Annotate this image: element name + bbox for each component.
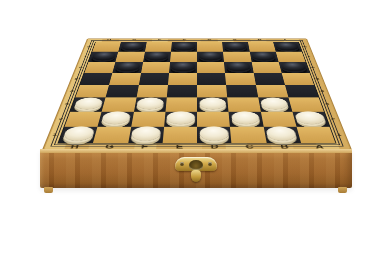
board-frame: HGFEDCBA 87654321 87654321 ⛂⛂⛂⛂⛂⛂⛂⛂⛂⛂⛂⛂⛀… (42, 38, 352, 150)
square-G2[interactable]: ⛀ (98, 111, 134, 126)
square-D7[interactable]: ⛂ (197, 52, 224, 62)
square-D4[interactable] (197, 85, 227, 98)
square-B7[interactable]: ⛂ (249, 52, 278, 62)
checker-black[interactable]: ⛂ (173, 42, 195, 50)
checker-white[interactable]: ⛀ (131, 127, 162, 141)
box-foot-left (44, 187, 53, 193)
square-H1[interactable]: ⛀ (59, 127, 98, 143)
square-D3[interactable]: ⛀ (197, 98, 229, 112)
checker-black[interactable]: ⛂ (280, 62, 307, 71)
brass-latch (175, 157, 217, 184)
square-A7[interactable] (276, 52, 306, 62)
checker-black[interactable]: ⛂ (251, 52, 276, 61)
square-H7[interactable]: ⛂ (88, 52, 118, 62)
square-C8[interactable]: ⛂ (222, 42, 249, 52)
square-C1[interactable] (230, 127, 266, 143)
square-D5[interactable] (197, 73, 226, 85)
square-G4[interactable] (106, 85, 139, 98)
checker-white[interactable]: ⛀ (199, 98, 226, 110)
square-B8[interactable] (248, 42, 276, 52)
checker-white[interactable]: ⛀ (166, 111, 194, 124)
checker-white[interactable]: ⛀ (266, 127, 298, 141)
square-G7[interactable] (116, 52, 145, 62)
square-B4[interactable] (255, 85, 288, 98)
square-E8[interactable]: ⛂ (171, 42, 197, 52)
square-C2[interactable]: ⛀ (229, 111, 263, 126)
checker-black[interactable]: ⛂ (171, 62, 195, 71)
checker-white[interactable]: ⛀ (62, 127, 96, 141)
latch-screw-icon (208, 162, 212, 166)
square-H8[interactable] (92, 42, 121, 52)
checker-black[interactable]: ⛂ (224, 42, 247, 50)
square-H6[interactable] (84, 62, 115, 73)
square-D2[interactable] (197, 111, 230, 126)
checker-white[interactable]: ⛀ (294, 111, 326, 124)
square-G8[interactable]: ⛂ (118, 42, 146, 52)
square-H4[interactable] (75, 85, 109, 98)
square-F8[interactable] (145, 42, 172, 52)
checker-black[interactable]: ⛂ (226, 62, 251, 71)
square-B6[interactable] (251, 62, 281, 73)
square-C3[interactable] (227, 98, 260, 112)
checkers-board: HGFEDCBA 87654321 87654321 ⛂⛂⛂⛂⛂⛂⛂⛂⛂⛂⛂⛂⛀… (42, 38, 352, 150)
checker-white[interactable]: ⛀ (101, 111, 132, 124)
square-G5[interactable] (109, 73, 140, 85)
square-F2[interactable] (131, 111, 165, 126)
checker-white[interactable]: ⛀ (199, 127, 229, 141)
square-C6[interactable]: ⛂ (224, 62, 253, 73)
checker-white[interactable]: ⛀ (136, 98, 164, 110)
box-foot-right (338, 187, 347, 193)
square-A6[interactable]: ⛂ (278, 62, 309, 73)
square-C4[interactable] (226, 85, 258, 98)
square-F3[interactable]: ⛀ (134, 98, 167, 112)
square-G3[interactable] (102, 98, 136, 112)
checker-white[interactable]: ⛀ (260, 98, 289, 110)
photo-background: HGFEDCBA 87654321 87654321 ⛂⛂⛂⛂⛂⛂⛂⛂⛂⛂⛂⛂⛀… (0, 0, 391, 261)
square-A4[interactable] (285, 85, 319, 98)
square-E6[interactable]: ⛂ (169, 62, 197, 73)
square-A1[interactable] (296, 127, 335, 143)
square-E5[interactable] (168, 73, 197, 85)
square-A5[interactable] (281, 73, 314, 85)
square-F1[interactable]: ⛀ (128, 127, 164, 143)
square-A2[interactable]: ⛀ (292, 111, 329, 126)
square-H3[interactable]: ⛀ (70, 98, 106, 112)
square-D8[interactable] (197, 42, 223, 52)
square-B5[interactable] (253, 73, 284, 85)
checker-black[interactable]: ⛂ (91, 52, 117, 61)
board-grid: ⛂⛂⛂⛂⛂⛂⛂⛂⛂⛂⛂⛂⛀⛀⛀⛀⛀⛀⛀⛀⛀⛀⛀⛀ (59, 42, 336, 143)
square-D6[interactable] (197, 62, 225, 73)
checker-black[interactable]: ⛂ (275, 42, 300, 50)
square-B1[interactable]: ⛀ (263, 127, 301, 143)
square-H5[interactable] (80, 73, 113, 85)
square-E3[interactable] (165, 98, 197, 112)
box-front-panel (40, 149, 352, 188)
square-B3[interactable]: ⛀ (258, 98, 292, 112)
latch-arch (189, 160, 203, 170)
square-D1[interactable]: ⛀ (197, 127, 232, 143)
square-H2[interactable] (65, 111, 102, 126)
latch-knob (191, 170, 201, 182)
checker-black[interactable]: ⛂ (145, 52, 169, 61)
square-E7[interactable] (170, 52, 197, 62)
square-F4[interactable] (136, 85, 168, 98)
checker-black[interactable]: ⛂ (115, 62, 141, 71)
checker-black[interactable]: ⛂ (199, 52, 222, 61)
square-F7[interactable]: ⛂ (143, 52, 171, 62)
square-A3[interactable] (288, 98, 324, 112)
checker-white[interactable]: ⛀ (73, 98, 103, 110)
square-C5[interactable] (225, 73, 255, 85)
square-G6[interactable]: ⛂ (113, 62, 143, 73)
square-E1[interactable] (162, 127, 197, 143)
square-B2[interactable] (260, 111, 296, 126)
latch-screw-icon (180, 162, 184, 166)
square-E4[interactable] (167, 85, 197, 98)
square-F5[interactable] (139, 73, 169, 85)
square-C7[interactable] (223, 52, 251, 62)
square-F6[interactable] (141, 62, 170, 73)
square-G1[interactable] (93, 127, 131, 143)
checker-white[interactable]: ⛀ (231, 111, 261, 124)
square-E2[interactable]: ⛀ (164, 111, 197, 126)
square-A8[interactable]: ⛂ (273, 42, 302, 52)
checker-black[interactable]: ⛂ (121, 42, 145, 50)
